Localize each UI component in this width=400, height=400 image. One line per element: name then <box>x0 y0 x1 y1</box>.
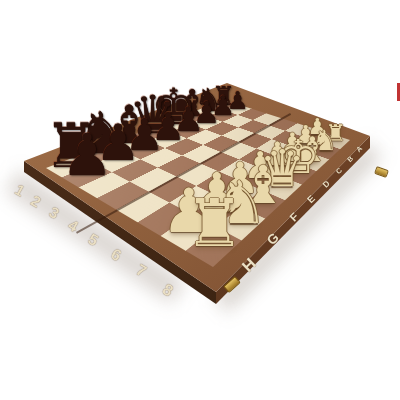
dark-pawn-h2: ♟ <box>61 126 113 184</box>
product-photo-stage: 12345678HGFEDCBA ♜♞♝♚♛♝♞♜♟♟♟♟♟♟♟♟♟♟♟♟♟♟♟… <box>0 0 400 400</box>
brass-clasp-right <box>374 166 389 178</box>
light-rook-h8: ♜ <box>185 190 244 256</box>
